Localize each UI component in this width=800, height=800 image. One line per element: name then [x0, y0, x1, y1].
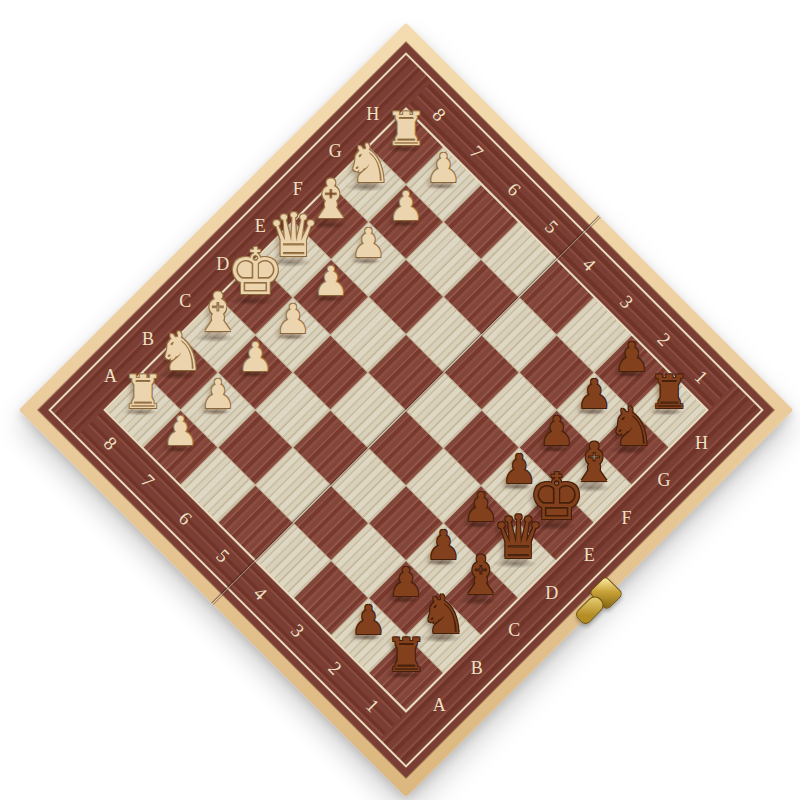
piece-brown-rook-a1[interactable]: ♜: [385, 632, 426, 678]
piece-brown-pawn-h2[interactable]: ♟: [613, 336, 649, 376]
piece-cream-knight-b8[interactable]: ♞: [157, 325, 205, 378]
product-photo-stage: 87654321 87654321 HGFEDCBA HGFEDCBA ♜♟♟♜…: [0, 0, 800, 800]
piece-cream-pawn-d7[interactable]: ♟: [275, 299, 311, 339]
piece-cream-rook-a8[interactable]: ♜: [122, 369, 163, 415]
piece-brown-pawn-f2[interactable]: ♟: [538, 412, 574, 452]
piece-cream-pawn-e7[interactable]: ♟: [313, 261, 349, 301]
piece-brown-pawn-b2[interactable]: ♟: [388, 562, 424, 602]
piece-brown-knight-b1[interactable]: ♞: [420, 588, 468, 641]
piece-cream-pawn-b7[interactable]: ♟: [200, 374, 236, 414]
piece-brown-pawn-a2[interactable]: ♟: [351, 599, 387, 639]
piece-cream-pawn-h7[interactable]: ♟: [426, 149, 462, 189]
piece-cream-pawn-f7[interactable]: ♟: [351, 224, 387, 264]
piece-cream-pawn-g7[interactable]: ♟: [388, 186, 424, 226]
piece-brown-pawn-g2[interactable]: ♟: [576, 374, 612, 414]
piece-cream-pawn-a7[interactable]: ♟: [163, 412, 199, 452]
piece-cream-pawn-c7[interactable]: ♟: [238, 336, 274, 376]
chess-board[interactable]: 87654321 87654321 HGFEDCBA HGFEDCBA ♜♟♟♜…: [19, 23, 794, 798]
